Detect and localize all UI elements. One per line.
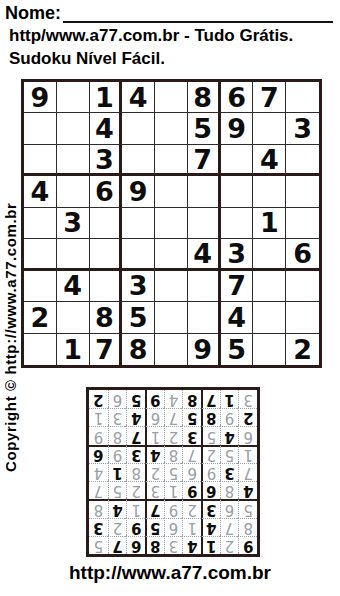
solution-cell: 3 (126, 445, 145, 463)
solution-cell: 2 (164, 426, 183, 444)
puzzle-cell[interactable] (122, 208, 155, 239)
puzzle-cell: 4 (188, 239, 221, 270)
puzzle-cell[interactable] (286, 82, 319, 113)
solution-cell: 3 (89, 518, 108, 536)
solution-cell: 3 (238, 390, 257, 408)
solution-cell: 4 (182, 536, 201, 554)
puzzle-cell[interactable] (24, 145, 57, 176)
site-tagline: http/www.a77.com.br - Tudo Grátis. (9, 26, 293, 46)
solution-cell: 6 (89, 445, 108, 463)
solution-cell: 1 (126, 499, 145, 517)
puzzle-cell: 6 (286, 239, 319, 270)
puzzle-cell[interactable] (155, 334, 188, 365)
puzzle-cell[interactable] (188, 208, 221, 239)
solution-cell: 1 (89, 408, 108, 426)
solution-cell: 9 (220, 408, 239, 426)
name-row: Nome: (5, 2, 333, 23)
puzzle-cell[interactable] (188, 271, 221, 302)
puzzle-cell: 4 (90, 113, 123, 144)
puzzle-cell[interactable] (122, 239, 155, 270)
puzzle-cell: 2 (286, 334, 319, 365)
puzzle-cell[interactable] (286, 208, 319, 239)
solution-cell: 4 (89, 463, 108, 481)
puzzle-cell[interactable] (24, 334, 57, 365)
solution-cell: 6 (182, 463, 201, 481)
solution-cell: 9 (145, 390, 164, 408)
puzzle-cell[interactable] (221, 145, 254, 176)
solution-cell: 9 (164, 499, 183, 517)
solution-cell: 5 (182, 408, 201, 426)
solution-cell: 5 (89, 536, 108, 554)
solution-cell: 2 (108, 518, 127, 536)
name-fill-line[interactable] (63, 2, 333, 23)
solution-cell: 2 (145, 463, 164, 481)
puzzle-cell: 8 (188, 82, 221, 113)
puzzle-cell[interactable] (155, 271, 188, 302)
puzzle-cell[interactable] (155, 176, 188, 207)
puzzle-cell[interactable] (155, 113, 188, 144)
puzzle-cell[interactable] (57, 239, 90, 270)
solution-cell: 7 (238, 463, 257, 481)
puzzle-cell[interactable] (221, 176, 254, 207)
puzzle-cell[interactable] (253, 302, 286, 333)
puzzle-cell[interactable] (253, 271, 286, 302)
puzzle-cell: 7 (221, 271, 254, 302)
puzzle-cell: 4 (221, 302, 254, 333)
puzzle-cell: 4 (253, 145, 286, 176)
solution-cell: 3 (182, 426, 201, 444)
solution-cell: 8 (182, 390, 201, 408)
solution-cell: 1 (145, 426, 164, 444)
puzzle-cell[interactable] (122, 145, 155, 176)
puzzle-cell[interactable] (24, 239, 57, 270)
solution-cell: 9 (108, 445, 127, 463)
solution-cell: 8 (238, 518, 257, 536)
solution-cell: 1 (238, 445, 257, 463)
puzzle-cell[interactable] (122, 113, 155, 144)
puzzle-cell: 1 (57, 334, 90, 365)
solution-cell: 4 (145, 445, 164, 463)
puzzle-cell[interactable] (286, 176, 319, 207)
sudoku-solution-grid-rotated: 9214386758741659235632971484869132577396… (86, 387, 260, 557)
puzzle-cell[interactable] (286, 302, 319, 333)
puzzle-cell: 8 (90, 302, 123, 333)
puzzle-cell[interactable] (57, 145, 90, 176)
puzzle-cell: 2 (24, 302, 57, 333)
puzzle-cell[interactable] (188, 176, 221, 207)
solution-cell: 8 (164, 445, 183, 463)
solution-cell: 5 (126, 390, 145, 408)
solution-cell: 9 (89, 426, 108, 444)
puzzle-cell: 4 (122, 82, 155, 113)
solution-cell: 7 (201, 390, 220, 408)
puzzle-cell[interactable] (57, 302, 90, 333)
puzzle-cell: 5 (188, 113, 221, 144)
puzzle-cell[interactable] (24, 271, 57, 302)
footer-url: http://www.a77.com.br (0, 562, 340, 584)
solution-cell: 8 (89, 499, 108, 517)
solution-cell: 3 (220, 463, 239, 481)
solution-cell: 4 (220, 426, 239, 444)
solution-cell: 4 (164, 390, 183, 408)
puzzle-cell[interactable] (188, 302, 221, 333)
puzzle-cell[interactable] (155, 82, 188, 113)
puzzle-cell[interactable] (253, 334, 286, 365)
solution-cell: 4 (126, 408, 145, 426)
solution-cell: 2 (89, 390, 108, 408)
puzzle-cell[interactable] (57, 113, 90, 144)
solution-cell: 5 (164, 463, 183, 481)
solution-cell: 7 (108, 536, 127, 554)
puzzle-cell[interactable] (155, 208, 188, 239)
solution-cell: 3 (145, 481, 164, 499)
name-label: Nome: (5, 3, 61, 23)
solution-cell: 1 (220, 390, 239, 408)
puzzle-cell: 3 (57, 208, 90, 239)
solution-cell: 2 (220, 536, 239, 554)
puzzle-cell[interactable] (24, 208, 57, 239)
puzzle-cell: 3 (122, 271, 155, 302)
puzzle-cell: 9 (122, 176, 155, 207)
puzzle-cell: 3 (286, 113, 319, 144)
puzzle-cell: 1 (90, 82, 123, 113)
puzzle-cell[interactable] (155, 239, 188, 270)
puzzle-cell[interactable] (57, 82, 90, 113)
puzzle-cell: 9 (24, 82, 57, 113)
solution-cell: 3 (201, 499, 220, 517)
puzzle-cell: 6 (221, 82, 254, 113)
solution-cell: 3 (108, 408, 127, 426)
puzzle-cell: 9 (221, 113, 254, 144)
solution-cell: 6 (220, 499, 239, 517)
solution-cell: 6 (238, 426, 257, 444)
solution-cell: 2 (182, 499, 201, 517)
solution-cell: 1 (201, 536, 220, 554)
solution-cell: 8 (126, 463, 145, 481)
solution-cell: 6 (145, 408, 164, 426)
solution-cell: 7 (220, 518, 239, 536)
solution-cell: 5 (220, 445, 239, 463)
puzzle-cell[interactable] (253, 239, 286, 270)
puzzle-cell[interactable] (155, 145, 188, 176)
solution-cell: 8 (201, 408, 220, 426)
solution-cell: 6 (201, 481, 220, 499)
solution-cell: 6 (126, 536, 145, 554)
puzzle-cell[interactable] (90, 208, 123, 239)
puzzle-cell: 4 (24, 176, 57, 207)
solution-cell: 2 (126, 481, 145, 499)
solution-cell: 7 (182, 445, 201, 463)
solution-cell: 6 (164, 518, 183, 536)
solution-cell: 4 (238, 481, 257, 499)
puzzle-cell[interactable] (155, 302, 188, 333)
puzzle-cell[interactable] (90, 239, 123, 270)
solution-cell: 4 (108, 499, 127, 517)
puzzle-cell: 7 (188, 145, 221, 176)
solution-cell: 9 (201, 463, 220, 481)
puzzle-cell: 3 (90, 145, 123, 176)
solution-cell: 1 (182, 518, 201, 536)
puzzle-cell: 6 (90, 176, 123, 207)
solution-cell: 1 (108, 463, 127, 481)
solution-cell: 6 (108, 390, 127, 408)
solution-cell: 2 (238, 408, 257, 426)
solution-cell: 5 (201, 426, 220, 444)
solution-cell: 8 (220, 481, 239, 499)
solution-cell: 3 (164, 536, 183, 554)
puzzle-cell[interactable] (253, 176, 286, 207)
puzzle-cell[interactable] (286, 145, 319, 176)
puzzle-cell: 5 (221, 334, 254, 365)
puzzle-cell[interactable] (57, 176, 90, 207)
solution-cell: 2 (201, 445, 220, 463)
solution-cell: 1 (164, 481, 183, 499)
solution-cell: 8 (145, 536, 164, 554)
solution-cell: 8 (108, 426, 127, 444)
difficulty-title: Sudoku Nível Fácil. (9, 49, 165, 69)
solution-cell: 9 (182, 481, 201, 499)
puzzle-cell: 4 (57, 271, 90, 302)
solution-cell: 9 (126, 518, 145, 536)
solution-cell: 7 (145, 499, 164, 517)
solution-cell: 9 (238, 536, 257, 554)
puzzle-cell[interactable] (286, 271, 319, 302)
sudoku-worksheet-page: Nome: http/www.a77.com.br - Tudo Grátis.… (0, 0, 340, 596)
copyright-vertical-text: Copyright © http://www.a77.com.br (2, 138, 19, 472)
solution-cell: 7 (89, 481, 108, 499)
puzzle-cell: 3 (221, 239, 254, 270)
puzzle-cell[interactable] (90, 271, 123, 302)
puzzle-cell: 5 (122, 302, 155, 333)
solution-cell: 7 (164, 408, 183, 426)
solution-cell: 5 (238, 499, 257, 517)
solution-cell: 5 (145, 518, 164, 536)
solution-cell: 7 (126, 426, 145, 444)
sudoku-puzzle-grid: 9148674593374469314364372854178952 (21, 79, 322, 368)
puzzle-cell: 7 (90, 334, 123, 365)
puzzle-cell: 8 (122, 334, 155, 365)
puzzle-cell: 9 (188, 334, 221, 365)
puzzle-cell: 7 (253, 82, 286, 113)
puzzle-cell[interactable] (24, 113, 57, 144)
puzzle-cell[interactable] (221, 208, 254, 239)
puzzle-cell[interactable] (253, 113, 286, 144)
solution-cell: 4 (201, 518, 220, 536)
solution-cell: 5 (108, 481, 127, 499)
puzzle-cell: 1 (253, 208, 286, 239)
